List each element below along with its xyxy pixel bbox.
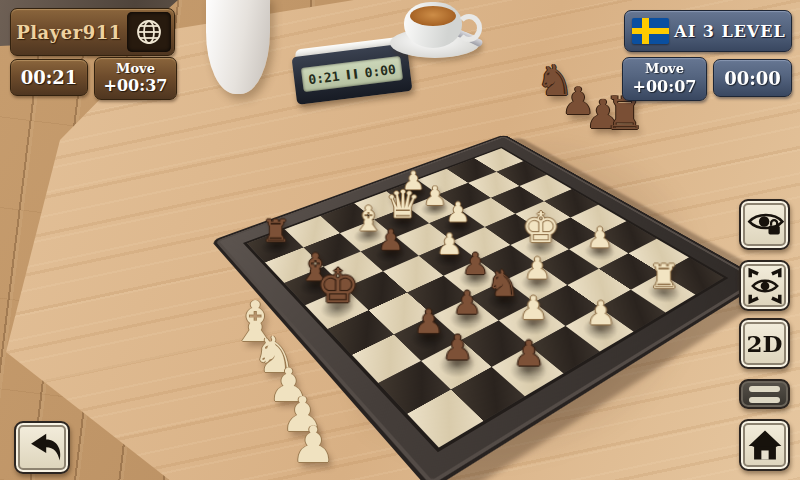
captured-white-pawn: ♟ [291,420,336,470]
player-move-timer: Move +00:37 [94,57,177,100]
chess-game-screen: { "game": "chess", "position": "4kb1r/1p… [0,0,800,480]
view-lock-button[interactable] [739,199,790,250]
player-name: Player911 [11,22,127,43]
chess-clock-divider: ▌▐ [347,69,358,79]
home-button[interactable] [739,419,790,471]
player-move-label: Move [116,62,155,76]
ai-move-timer: Move +00:07 [622,57,707,101]
ai-move-time: +00:07 [633,77,697,96]
player-panel: Player911 [10,8,175,56]
globe-icon [134,17,164,47]
eye-brackets-icon [745,266,785,306]
eye-lock-icon [745,205,785,245]
sweden-flag-icon [632,18,669,44]
piece-black-pawn[interactable]: ♟ [422,333,493,365]
back-button[interactable] [14,421,70,474]
piece-white-pawn[interactable]: ♟ [500,294,566,324]
menu-icon [749,386,780,392]
menu-button[interactable] [739,379,790,409]
free-camera-button[interactable] [739,260,790,311]
chess-clock-right-time: 0:00 [364,61,397,80]
piece-white-king[interactable]: ♚ [512,208,570,248]
coffee [410,6,456,26]
piece-white-rook[interactable]: ♜ [633,261,696,293]
chess-clock-left-time: 0:21 [307,68,340,87]
square-c2[interactable]: ♟ [569,235,628,269]
piece-black-king[interactable]: ♚ [305,264,370,308]
piece-white-pawn[interactable]: ♟ [430,200,486,225]
piece-white-pawn[interactable]: ♟ [567,299,634,330]
undo-arrow-icon [21,427,63,469]
cup-handle [456,14,482,42]
piece-black-pawn[interactable]: ♟ [361,228,420,255]
player-clock: 00:21 [10,59,88,96]
ai-move-label: Move [645,62,684,76]
player-move-time: +00:37 [104,76,168,95]
ai-clock: 00:00 [713,59,792,97]
mode-2d-button[interactable]: 2D [739,318,790,369]
globe-button[interactable] [127,12,171,52]
piece-white-pawn[interactable]: ♟ [571,225,630,252]
ai-panel: AI 3 LEVEL [624,10,792,52]
piece-black-rook[interactable]: ♜ [247,217,305,246]
ai-name: AI 3 LEVEL [669,22,791,41]
piece-black-pawn[interactable]: ♟ [493,338,564,371]
home-icon [745,425,785,465]
